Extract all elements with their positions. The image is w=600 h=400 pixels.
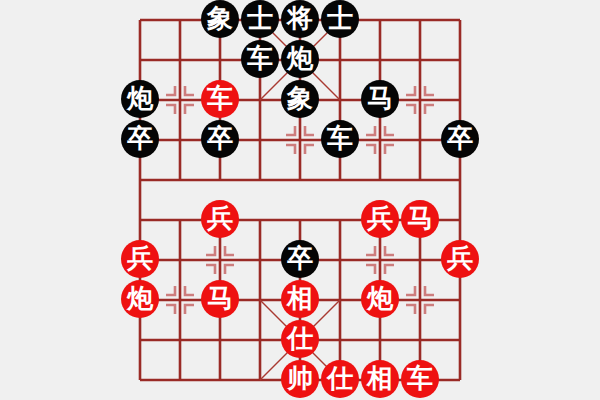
piece-black-pawn[interactable]: 卒 — [281, 240, 319, 278]
piece-black-advisor[interactable]: 士 — [321, 0, 359, 38]
piece-red-pawn[interactable]: 兵 — [121, 240, 159, 278]
piece-red-horse[interactable]: 马 — [201, 280, 239, 318]
piece-black-chariot[interactable]: 车 — [241, 40, 279, 78]
piece-red-horse[interactable]: 马 — [401, 200, 439, 238]
piece-black-pawn[interactable]: 卒 — [201, 120, 239, 158]
piece-red-elephant[interactable]: 相 — [361, 360, 399, 398]
xiangqi-board[interactable]: 象士将士车炮炮车象马卒卒车卒兵兵马兵卒兵炮马相炮仕帅仕相车 — [0, 0, 600, 400]
piece-black-horse[interactable]: 马 — [361, 80, 399, 118]
piece-red-pawn[interactable]: 兵 — [441, 240, 479, 278]
piece-black-elephant[interactable]: 象 — [281, 80, 319, 118]
piece-black-elephant[interactable]: 象 — [201, 0, 239, 38]
piece-red-chariot[interactable]: 车 — [401, 360, 439, 398]
piece-red-pawn[interactable]: 兵 — [201, 200, 239, 238]
piece-red-chariot[interactable]: 车 — [201, 80, 239, 118]
piece-red-pawn[interactable]: 兵 — [361, 200, 399, 238]
piece-black-king[interactable]: 将 — [281, 0, 319, 38]
piece-black-advisor[interactable]: 士 — [241, 0, 279, 38]
piece-black-pawn[interactable]: 卒 — [441, 120, 479, 158]
piece-black-cannon[interactable]: 炮 — [281, 40, 319, 78]
piece-red-elephant[interactable]: 相 — [281, 280, 319, 318]
piece-red-advisor[interactable]: 仕 — [281, 320, 319, 358]
piece-black-chariot[interactable]: 车 — [321, 120, 359, 158]
piece-red-advisor[interactable]: 仕 — [321, 360, 359, 398]
piece-red-cannon[interactable]: 炮 — [361, 280, 399, 318]
xiangqi-screenshot: 象士将士车炮炮车象马卒卒车卒兵兵马兵卒兵炮马相炮仕帅仕相车 — [0, 0, 600, 400]
piece-black-pawn[interactable]: 卒 — [121, 120, 159, 158]
piece-black-cannon[interactable]: 炮 — [121, 80, 159, 118]
piece-red-cannon[interactable]: 炮 — [121, 280, 159, 318]
piece-red-king[interactable]: 帅 — [281, 360, 319, 398]
pieces-layer: 象士将士车炮炮车象马卒卒车卒兵兵马兵卒兵炮马相炮仕帅仕相车 — [120, 0, 480, 400]
